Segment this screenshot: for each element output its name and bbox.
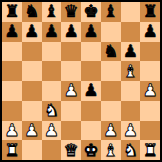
square-c3[interactable]: ♞ xyxy=(42,101,62,121)
square-h5[interactable] xyxy=(140,61,160,81)
white-king[interactable]: ♚ xyxy=(83,141,98,158)
white-pawn[interactable]: ♟ xyxy=(24,121,39,138)
square-d3[interactable] xyxy=(61,101,81,121)
square-a2[interactable]: ♟ xyxy=(2,121,22,141)
white-knight[interactable]: ♞ xyxy=(123,141,138,158)
square-g1[interactable]: ♞ xyxy=(121,140,141,160)
square-h3[interactable] xyxy=(140,101,160,121)
square-h4[interactable]: ♟ xyxy=(140,81,160,101)
square-h1[interactable]: ♜ xyxy=(140,140,160,160)
white-pawn[interactable]: ♟ xyxy=(4,121,19,138)
square-g4[interactable] xyxy=(121,81,141,101)
square-h7[interactable]: ♟ xyxy=(140,22,160,42)
square-d7[interactable]: ♟ xyxy=(61,22,81,42)
square-c6[interactable] xyxy=(42,42,62,62)
square-h6[interactable] xyxy=(140,42,160,62)
square-d1[interactable]: ♛ xyxy=(61,140,81,160)
black-rook[interactable]: ♜ xyxy=(143,3,158,20)
square-a6[interactable] xyxy=(2,42,22,62)
square-f7[interactable] xyxy=(101,22,121,42)
chess-board: ♜♞♝♛♚♝♜♟♟♟♟♟♟♞♟♝♟♟♟♞♟♟♟♟♟♜♛♚♝♞♜ xyxy=(0,0,162,162)
square-b8[interactable]: ♞ xyxy=(22,2,42,22)
white-bishop[interactable]: ♝ xyxy=(103,141,118,158)
black-pawn[interactable]: ♟ xyxy=(44,23,59,40)
square-f5[interactable] xyxy=(101,61,121,81)
square-b4[interactable] xyxy=(22,81,42,101)
square-g6[interactable]: ♟ xyxy=(121,42,141,62)
black-pawn[interactable]: ♟ xyxy=(64,23,79,40)
square-a1[interactable]: ♜ xyxy=(2,140,22,160)
square-e6[interactable] xyxy=(81,42,101,62)
square-d4[interactable]: ♟ xyxy=(61,81,81,101)
black-pawn[interactable]: ♟ xyxy=(143,23,158,40)
square-f6[interactable]: ♞ xyxy=(101,42,121,62)
square-a4[interactable] xyxy=(2,81,22,101)
square-e2[interactable] xyxy=(81,121,101,141)
square-e4[interactable]: ♟ xyxy=(81,81,101,101)
square-d6[interactable] xyxy=(61,42,81,62)
black-pawn[interactable]: ♟ xyxy=(4,23,19,40)
square-e3[interactable] xyxy=(81,101,101,121)
square-c4[interactable] xyxy=(42,81,62,101)
black-queen[interactable]: ♛ xyxy=(64,3,79,20)
square-d5[interactable] xyxy=(61,61,81,81)
square-g8[interactable] xyxy=(121,2,141,22)
square-b1[interactable] xyxy=(22,140,42,160)
black-king[interactable]: ♚ xyxy=(83,3,98,20)
square-d8[interactable]: ♛ xyxy=(61,2,81,22)
white-pawn[interactable]: ♟ xyxy=(123,121,138,138)
square-e7[interactable]: ♟ xyxy=(81,22,101,42)
square-b5[interactable] xyxy=(22,61,42,81)
black-knight[interactable]: ♞ xyxy=(24,3,39,20)
square-g5[interactable]: ♝ xyxy=(121,61,141,81)
square-f2[interactable]: ♟ xyxy=(101,121,121,141)
square-c1[interactable] xyxy=(42,140,62,160)
square-b3[interactable] xyxy=(22,101,42,121)
white-queen[interactable]: ♛ xyxy=(64,141,79,158)
black-knight[interactable]: ♞ xyxy=(103,42,118,59)
black-pawn[interactable]: ♟ xyxy=(24,23,39,40)
white-pawn[interactable]: ♟ xyxy=(103,121,118,138)
black-rook[interactable]: ♜ xyxy=(4,3,19,20)
square-g7[interactable] xyxy=(121,22,141,42)
black-pawn[interactable]: ♟ xyxy=(83,23,98,40)
square-a5[interactable] xyxy=(2,61,22,81)
square-e1[interactable]: ♚ xyxy=(81,140,101,160)
square-c7[interactable]: ♟ xyxy=(42,22,62,42)
white-pawn[interactable]: ♟ xyxy=(64,82,79,99)
white-pawn[interactable]: ♟ xyxy=(44,121,59,138)
square-b7[interactable]: ♟ xyxy=(22,22,42,42)
square-c2[interactable]: ♟ xyxy=(42,121,62,141)
black-pawn[interactable]: ♟ xyxy=(123,42,138,59)
square-b2[interactable]: ♟ xyxy=(22,121,42,141)
square-a7[interactable]: ♟ xyxy=(2,22,22,42)
square-h2[interactable] xyxy=(140,121,160,141)
black-bishop[interactable]: ♝ xyxy=(44,3,59,20)
square-g3[interactable] xyxy=(121,101,141,121)
square-e8[interactable]: ♚ xyxy=(81,2,101,22)
square-a8[interactable]: ♜ xyxy=(2,2,22,22)
black-pawn[interactable]: ♟ xyxy=(83,82,98,99)
square-c5[interactable] xyxy=(42,61,62,81)
square-g2[interactable]: ♟ xyxy=(121,121,141,141)
square-f4[interactable] xyxy=(101,81,121,101)
square-f8[interactable]: ♝ xyxy=(101,2,121,22)
white-bishop[interactable]: ♝ xyxy=(123,62,138,79)
square-e5[interactable] xyxy=(81,61,101,81)
square-h8[interactable]: ♜ xyxy=(140,2,160,22)
square-a3[interactable] xyxy=(2,101,22,121)
white-knight[interactable]: ♞ xyxy=(44,102,59,119)
black-bishop[interactable]: ♝ xyxy=(103,3,118,20)
square-b6[interactable] xyxy=(22,42,42,62)
white-rook[interactable]: ♜ xyxy=(4,141,19,158)
square-f3[interactable] xyxy=(101,101,121,121)
square-d2[interactable] xyxy=(61,121,81,141)
white-rook[interactable]: ♜ xyxy=(143,141,158,158)
square-c8[interactable]: ♝ xyxy=(42,2,62,22)
square-f1[interactable]: ♝ xyxy=(101,140,121,160)
white-pawn[interactable]: ♟ xyxy=(143,82,158,99)
